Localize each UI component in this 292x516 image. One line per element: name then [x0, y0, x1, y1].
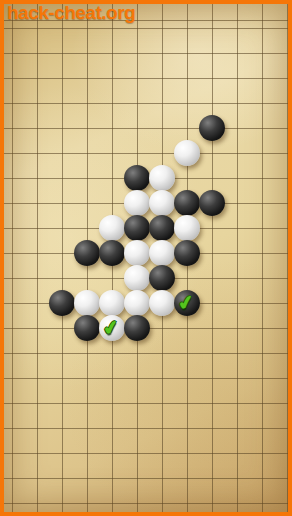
- black-stone: [174, 190, 200, 216]
- black-stone: [149, 215, 175, 241]
- black-stone: [174, 240, 200, 266]
- white-stone: [174, 215, 200, 241]
- black-stone: ✔: [174, 290, 200, 316]
- white-stone: [99, 215, 125, 241]
- white-stone: [174, 140, 200, 166]
- white-stone: ✔: [99, 315, 125, 341]
- white-stone: [124, 240, 150, 266]
- app-frame: ✔✔ hack-cheat.org: [0, 0, 292, 516]
- black-stone: [149, 265, 175, 291]
- black-stone: [99, 240, 125, 266]
- check-icon: ✔: [95, 312, 126, 343]
- black-stone: [199, 115, 225, 141]
- white-stone: [149, 165, 175, 191]
- white-stone: [149, 190, 175, 216]
- black-stone: [124, 165, 150, 191]
- black-stone: [74, 240, 100, 266]
- gomoku-board[interactable]: ✔✔: [4, 4, 288, 512]
- stones-layer: ✔✔: [4, 4, 288, 512]
- black-stone: [124, 315, 150, 341]
- black-stone: [199, 190, 225, 216]
- watermark-text: hack-cheat.org: [7, 2, 135, 24]
- white-stone: [149, 240, 175, 266]
- white-stone: [124, 190, 150, 216]
- white-stone: [124, 290, 150, 316]
- check-icon: ✔: [170, 287, 201, 318]
- white-stone: [124, 265, 150, 291]
- black-stone: [49, 290, 75, 316]
- white-stone: [74, 290, 100, 316]
- black-stone: [124, 215, 150, 241]
